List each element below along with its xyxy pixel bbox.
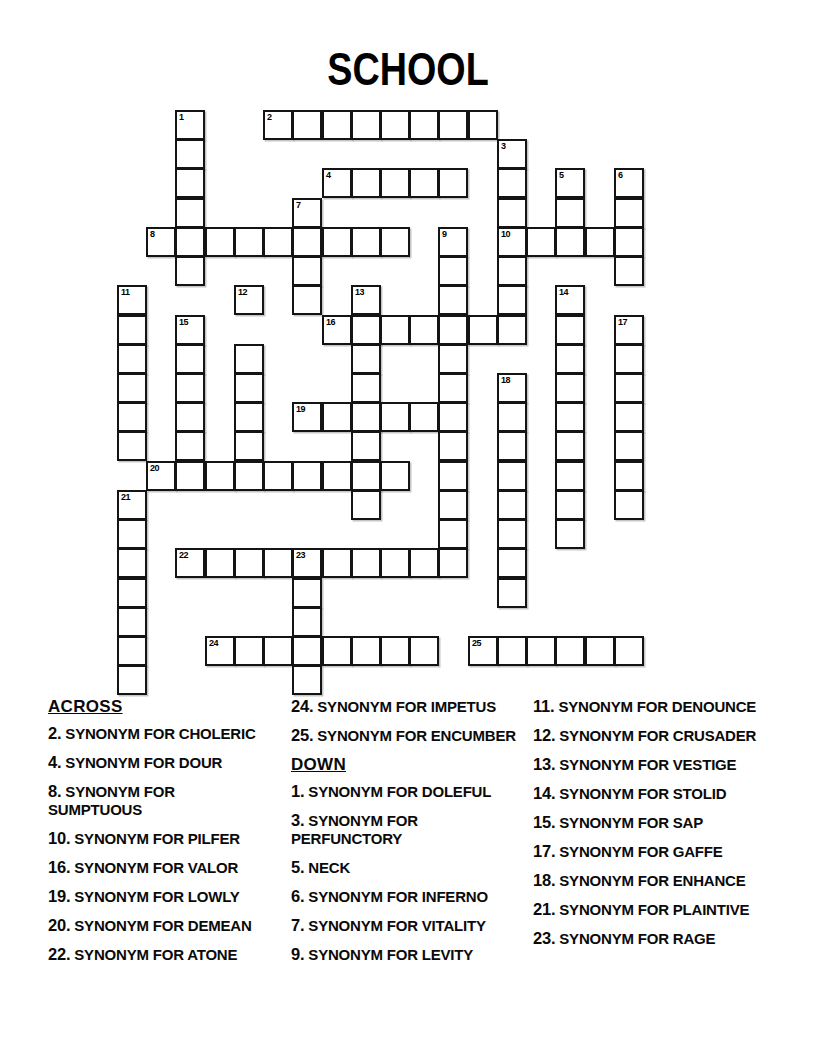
grid-cell[interactable] [614,198,644,228]
grid-cell[interactable] [117,548,147,578]
grid-cell[interactable] [380,636,410,666]
grid-cell[interactable] [292,461,322,491]
grid-cell[interactable]: 23 [292,548,322,578]
grid-cell[interactable] [322,636,352,666]
clue-text: Neck [308,859,350,876]
grid-cell[interactable] [351,548,381,578]
clue-item: 11. Synonym for denounce [533,697,793,716]
grid-cell[interactable]: 19 [292,402,322,432]
grid-cell[interactable] [438,519,468,549]
grid-cell[interactable]: 22 [175,548,205,578]
grid-cell[interactable] [614,490,644,520]
clue-number: 20. [48,916,70,934]
clue-text: Synonym for choleric [65,725,255,742]
grid-cell[interactable] [438,344,468,374]
grid-cell[interactable] [175,402,205,432]
grid-cell[interactable] [205,461,235,491]
cell-number-label: 23 [296,550,305,560]
grid-cell[interactable] [117,519,147,549]
grid-cell[interactable] [409,636,439,666]
grid-cell[interactable] [292,227,322,257]
grid-cell[interactable] [497,285,527,315]
grid-cell[interactable] [292,285,322,315]
grid-cell[interactable] [351,344,381,374]
clue-number: 11. [533,697,554,715]
clue-text: Synonym for pilfer [74,830,240,847]
grid-cell[interactable] [351,431,381,461]
clue-number: 19. [48,887,70,905]
grid-cell[interactable] [585,636,615,666]
clue-number: 3. [291,811,304,829]
grid-cell[interactable] [526,227,556,257]
grid-cell[interactable] [292,110,322,140]
grid-cell[interactable]: 15 [175,315,205,345]
clue-number: 25. [291,726,313,744]
clue-number: 16. [48,858,70,876]
cell-number-label: 12 [238,287,247,297]
grid-cell[interactable] [234,461,264,491]
grid-cell[interactable] [409,402,439,432]
grid-cell[interactable]: 6 [614,168,644,198]
grid-cell[interactable] [234,344,264,374]
clue-text: Synonym for crusader [559,727,756,744]
grid-cell[interactable]: 1 [175,110,205,140]
clue-item: 15. Synonym for sap [533,813,793,832]
clue-item: 23. Synonym for rage [533,929,793,948]
grid-cell[interactable] [380,168,410,198]
grid-cell[interactable] [322,548,352,578]
clues-section: Across2. Synonym for choleric4. Synonym … [0,697,816,1027]
grid-cell[interactable] [263,636,293,666]
clue-number: 21. [533,900,555,918]
grid-cell[interactable] [438,315,468,345]
grid-cell[interactable] [205,227,235,257]
grid-cell[interactable] [438,285,468,315]
cell-number-label: 21 [121,492,130,502]
crossword-grid: 1234567891011121314151617181920212223242… [117,110,647,696]
cell-number-label: 6 [618,170,623,180]
grid-cell[interactable] [351,461,381,491]
grid-cell[interactable] [292,607,322,637]
grid-cell[interactable] [351,110,381,140]
grid-cell[interactable] [117,402,147,432]
grid-cell[interactable] [497,402,527,432]
clue-item: 12. Synonym for crusader [533,726,793,745]
clue-item: 14. Synonym for stolid [533,784,793,803]
grid-cell[interactable] [322,461,352,491]
clue-item: 10. Synonym for pilfer [48,829,278,848]
grid-cell[interactable]: 7 [292,198,322,228]
clue-number: 4. [48,753,61,771]
grid-cell[interactable] [205,548,235,578]
grid-cell[interactable]: 18 [497,373,527,403]
cell-number-label: 16 [326,317,335,327]
grid-cell[interactable] [292,665,322,695]
grid-cell[interactable]: 16 [322,315,352,345]
clue-text: Synonym for stolid [559,785,726,802]
cell-number-label: 7 [296,200,301,210]
grid-cell[interactable]: 4 [322,168,352,198]
grid-cell[interactable] [438,256,468,286]
grid-cell[interactable] [175,198,205,228]
grid-cell[interactable] [117,665,147,695]
clue-item: 5. Neck [291,858,521,877]
clue-text: Synonym for encumber [317,727,516,744]
clue-number: 24. [291,697,313,715]
grid-cell[interactable] [117,607,147,637]
clue-text: Synonym for enhance [559,872,745,889]
clue-number: 7. [291,916,304,934]
grid-cell[interactable] [380,402,410,432]
grid-cell[interactable] [234,402,264,432]
grid-cell[interactable] [351,373,381,403]
clue-text: Synonym for dour [65,754,222,771]
clue-text: Synonym for demean [74,917,251,934]
grid-cell[interactable] [380,315,410,345]
clue-number: 9. [291,945,304,963]
grid-cell[interactable] [555,431,585,461]
clue-text: Synonym for denounce [558,698,756,715]
grid-cell[interactable]: 25 [468,636,498,666]
grid-cell[interactable] [175,431,205,461]
grid-cell[interactable] [175,256,205,286]
clue-text: Synonym for vestige [559,756,736,773]
grid-cell[interactable] [351,636,381,666]
grid-cell[interactable] [409,548,439,578]
clue-item: 18. Synonym for enhance [533,871,793,890]
grid-cell[interactable] [468,110,498,140]
clue-item: 19. Synonym for lowly [48,887,278,906]
grid-cell[interactable] [351,168,381,198]
cell-number-label: 2 [267,112,272,122]
clue-item: 16. Synonym for valor [48,858,278,877]
grid-cell[interactable] [234,227,264,257]
grid-cell[interactable] [351,490,381,520]
grid-cell[interactable] [438,110,468,140]
clue-item: 3. Synonym for perfunctory [291,811,521,848]
grid-cell[interactable] [117,344,147,374]
clue-number: 5. [291,858,304,876]
cell-number-label: 15 [179,317,188,327]
grid-cell[interactable]: 14 [555,285,585,315]
clue-text: Synonym for sap [559,814,703,831]
clue-number: 23. [533,929,555,947]
grid-cell[interactable] [234,636,264,666]
grid-cell[interactable] [497,578,527,608]
grid-cell[interactable] [555,519,585,549]
clue-item: 6. Synonym for inferno [291,887,521,906]
grid-cell[interactable] [497,315,527,345]
grid-cell[interactable] [555,461,585,491]
grid-cell[interactable] [175,373,205,403]
grid-cell[interactable] [351,402,381,432]
grid-cell[interactable]: 21 [117,490,147,520]
grid-cell[interactable] [117,315,147,345]
grid-cell[interactable] [555,344,585,374]
clue-item: 2. Synonym for choleric [48,724,278,743]
grid-cell[interactable] [409,110,439,140]
clue-item: 24. Synonym for impetus [291,697,521,716]
grid-cell[interactable] [322,110,352,140]
grid-cell[interactable] [555,227,585,257]
clue-text: Synonym for atone [74,946,237,963]
grid-cell[interactable] [555,373,585,403]
grid-cell[interactable] [438,490,468,520]
grid-cell[interactable] [117,578,147,608]
cell-number-label: 8 [150,229,155,239]
clue-number: 2. [48,724,61,742]
grid-cell[interactable] [497,431,527,461]
clue-item: 17. Synonym for gaffe [533,842,793,861]
clue-text: Synonym for lowly [74,888,239,905]
grid-cell[interactable] [526,636,556,666]
grid-cell[interactable] [497,168,527,198]
grid-cell[interactable] [614,402,644,432]
grid-cell[interactable]: 9 [438,227,468,257]
clue-number: 1. [291,782,304,800]
clue-number: 18. [533,871,555,889]
grid-cell[interactable] [438,431,468,461]
grid-cell[interactable]: 12 [234,285,264,315]
clue-text: Synonym for levity [308,946,473,963]
grid-cell[interactable] [497,198,527,228]
clue-number: 22. [48,945,70,963]
clue-number: 12. [533,726,555,744]
grid-cell[interactable] [614,461,644,491]
grid-cell[interactable] [409,168,439,198]
cell-number-label: 4 [326,170,331,180]
grid-cell[interactable] [117,431,147,461]
grid-cell[interactable]: 3 [497,139,527,169]
grid-cell[interactable] [497,461,527,491]
cell-number-label: 14 [559,287,568,297]
grid-cell[interactable] [175,168,205,198]
clue-text: Synonym for perfunctory [291,812,418,847]
grid-cell[interactable] [351,315,381,345]
crossword-worksheet-page: { "game": "crossword", "title": "SCHOOL"… [0,0,816,1056]
cell-number-label: 19 [296,404,305,414]
clue-item: 25. Synonym for encumber [291,726,521,745]
grid-cell[interactable] [614,256,644,286]
cell-number-label: 22 [179,550,188,560]
clue-text: Synonym for sumptuous [48,783,175,818]
grid-cell[interactable] [380,227,410,257]
grid-cell[interactable] [117,373,147,403]
grid-cell[interactable] [263,461,293,491]
cell-number-label: 17 [618,317,627,327]
grid-cell[interactable] [585,227,615,257]
clue-item: 9. Synonym for levity [291,945,521,964]
grid-cell[interactable] [438,373,468,403]
clue-text: Synonym for impetus [317,698,496,715]
grid-cell[interactable]: 2 [263,110,293,140]
grid-cell[interactable]: 11 [117,285,147,315]
grid-cell[interactable] [234,431,264,461]
clue-number: 14. [533,784,555,802]
clues-across-heading: Across [48,697,278,717]
grid-cell[interactable] [322,227,352,257]
grid-cell[interactable] [234,373,264,403]
grid-cell[interactable] [351,227,381,257]
grid-cell[interactable] [117,636,147,666]
cell-number-label: 13 [355,287,364,297]
grid-cell[interactable]: 5 [555,168,585,198]
clue-item: 1. Synonym for doleful [291,782,521,801]
grid-cell[interactable] [263,548,293,578]
grid-cell[interactable]: 24 [205,636,235,666]
grid-cell[interactable] [614,373,644,403]
cell-number-label: 25 [472,638,481,648]
cell-number-label: 3 [501,141,506,151]
cell-number-label: 11 [121,287,130,297]
cell-number-label: 20 [150,463,159,473]
clue-number: 17. [533,842,555,860]
clue-item: 8. Synonym for sumptuous [48,782,278,819]
grid-cell[interactable]: 10 [497,227,527,257]
grid-cell[interactable] [175,139,205,169]
grid-cell[interactable] [438,548,468,578]
grid-cell[interactable] [409,315,439,345]
grid-cell[interactable] [292,578,322,608]
clue-item: 4. Synonym for dour [48,753,278,772]
grid-cell[interactable]: 8 [146,227,176,257]
clue-column-2: 24. Synonym for impetus25. Synonym for e… [291,697,521,974]
clue-column-1: Across2. Synonym for choleric4. Synonym … [48,697,278,974]
grid-cell[interactable] [175,227,205,257]
clue-text: Synonym for rage [559,930,715,947]
grid-cell[interactable] [438,168,468,198]
grid-cell[interactable] [614,431,644,461]
grid-cell[interactable] [175,461,205,491]
clue-text: Synonym for doleful [308,783,491,800]
grid-cell[interactable] [497,636,527,666]
grid-cell[interactable] [380,548,410,578]
cell-number-label: 18 [501,375,510,385]
grid-cell[interactable] [555,402,585,432]
grid-cell[interactable] [497,519,527,549]
clue-number: 10. [48,829,70,847]
grid-cell[interactable]: 13 [351,285,381,315]
grid-cell[interactable] [292,636,322,666]
clue-number: 8. [48,782,61,800]
cell-number-label: 10 [501,229,510,239]
clue-number: 15. [533,813,555,831]
grid-cell[interactable] [497,490,527,520]
cell-number-label: 24 [209,638,218,648]
cell-number-label: 1 [179,112,184,122]
clue-item: 7. Synonym for Vitality [291,916,521,935]
grid-cell[interactable] [555,490,585,520]
clues-down-heading: Down [291,755,521,775]
clue-column-3: 11. Synonym for denounce12. Synonym for … [533,697,793,958]
grid-cell[interactable]: 20 [146,461,176,491]
grid-cell[interactable] [497,548,527,578]
clue-item: 13. Synonym for vestige [533,755,793,774]
clue-item: 20. Synonym for demean [48,916,278,935]
clue-number: 6. [291,887,304,905]
grid-cell[interactable] [497,256,527,286]
clue-text: Synonym for valor [74,859,238,876]
grid-cell[interactable] [292,256,322,286]
clue-number: 13. [533,755,555,773]
puzzle-title: SCHOOL [73,42,742,96]
grid-cell[interactable]: 17 [614,315,644,345]
grid-cell[interactable] [263,227,293,257]
grid-cell[interactable] [438,461,468,491]
grid-cell[interactable] [322,402,352,432]
cell-number-label: 9 [442,229,447,239]
grid-cell[interactable] [555,315,585,345]
grid-cell[interactable] [234,548,264,578]
clue-text: Synonym for plaintive [559,901,749,918]
grid-cell[interactable] [555,636,585,666]
clue-item: 21. Synonym for plaintive [533,900,793,919]
grid-cell[interactable] [468,315,498,345]
clue-text: Synonym for gaffe [559,843,722,860]
grid-cell[interactable] [614,227,644,257]
clue-item: 22. Synonym for atone [48,945,278,964]
grid-cell[interactable] [175,344,205,374]
grid-cell[interactable] [380,461,410,491]
grid-cell[interactable] [614,636,644,666]
grid-cell[interactable] [438,402,468,432]
cell-number-label: 5 [559,170,564,180]
clue-text: Synonym for inferno [308,888,488,905]
grid-cell[interactable] [614,344,644,374]
clue-text: Synonym for Vitality [308,917,485,934]
grid-cell[interactable] [380,110,410,140]
grid-cell[interactable] [555,198,585,228]
